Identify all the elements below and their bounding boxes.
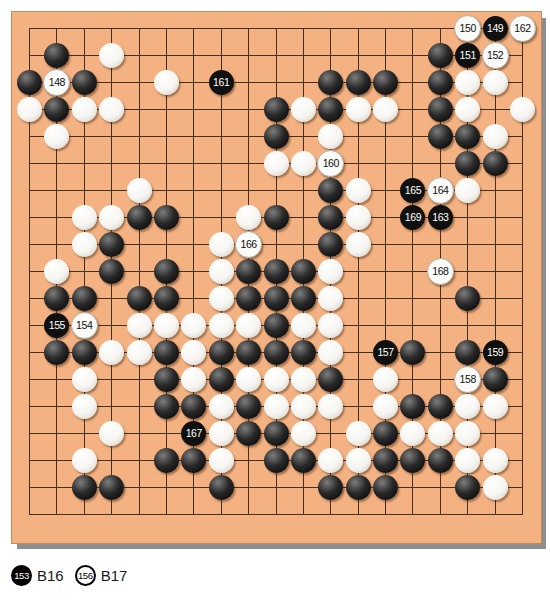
board-point[interactable] bbox=[180, 447, 207, 474]
board-point[interactable] bbox=[180, 69, 207, 96]
board-point[interactable] bbox=[126, 123, 153, 150]
board-point[interactable] bbox=[482, 420, 509, 447]
board-point[interactable] bbox=[208, 447, 235, 474]
board-point[interactable] bbox=[482, 447, 509, 474]
board-point[interactable] bbox=[180, 393, 207, 420]
board-point[interactable] bbox=[509, 474, 536, 501]
board-point[interactable] bbox=[235, 447, 262, 474]
board-point[interactable] bbox=[180, 150, 207, 177]
board-point[interactable] bbox=[98, 69, 125, 96]
board-point[interactable] bbox=[317, 177, 344, 204]
board-point[interactable] bbox=[482, 393, 509, 420]
board-point[interactable] bbox=[317, 393, 344, 420]
board-point[interactable] bbox=[208, 204, 235, 231]
board-point[interactable] bbox=[208, 258, 235, 285]
board-point[interactable] bbox=[153, 150, 180, 177]
board-point[interactable] bbox=[399, 42, 426, 69]
board-point[interactable] bbox=[482, 501, 509, 528]
board-point[interactable] bbox=[16, 393, 43, 420]
board-point[interactable] bbox=[372, 42, 399, 69]
board-point[interactable] bbox=[317, 474, 344, 501]
board-point[interactable] bbox=[126, 42, 153, 69]
board-point[interactable] bbox=[263, 312, 290, 339]
board-point[interactable] bbox=[235, 285, 262, 312]
board-point[interactable] bbox=[290, 474, 317, 501]
board-point[interactable] bbox=[98, 420, 125, 447]
board-point[interactable] bbox=[399, 258, 426, 285]
board-point[interactable] bbox=[263, 366, 290, 393]
board-point[interactable] bbox=[427, 447, 454, 474]
board-point[interactable] bbox=[454, 123, 481, 150]
board-point[interactable] bbox=[71, 177, 98, 204]
board-point[interactable] bbox=[427, 15, 454, 42]
board-point[interactable] bbox=[263, 150, 290, 177]
board-point[interactable] bbox=[71, 69, 98, 96]
board-point[interactable] bbox=[235, 393, 262, 420]
board-point[interactable]: 151 bbox=[454, 42, 481, 69]
board-point[interactable] bbox=[180, 96, 207, 123]
board-point[interactable] bbox=[235, 204, 262, 231]
board-point[interactable] bbox=[98, 123, 125, 150]
board-point[interactable] bbox=[290, 393, 317, 420]
board-point[interactable] bbox=[454, 69, 481, 96]
board-point[interactable] bbox=[235, 366, 262, 393]
board-point[interactable] bbox=[180, 474, 207, 501]
board-point[interactable] bbox=[290, 177, 317, 204]
board-point[interactable] bbox=[482, 177, 509, 204]
board-point[interactable] bbox=[208, 150, 235, 177]
board-point[interactable] bbox=[71, 42, 98, 69]
board-point[interactable] bbox=[16, 69, 43, 96]
board-point[interactable] bbox=[98, 204, 125, 231]
board-point[interactable] bbox=[317, 231, 344, 258]
board-point[interactable] bbox=[208, 366, 235, 393]
board-point[interactable] bbox=[43, 177, 70, 204]
board-point[interactable] bbox=[399, 69, 426, 96]
board-point[interactable] bbox=[372, 69, 399, 96]
board-point[interactable] bbox=[235, 501, 262, 528]
board-point[interactable] bbox=[208, 15, 235, 42]
board-point[interactable] bbox=[482, 312, 509, 339]
board-point[interactable] bbox=[235, 15, 262, 42]
board-point[interactable] bbox=[509, 69, 536, 96]
board-point[interactable] bbox=[427, 96, 454, 123]
board-point[interactable] bbox=[263, 96, 290, 123]
board-point[interactable] bbox=[98, 312, 125, 339]
board-point[interactable] bbox=[126, 204, 153, 231]
board-point[interactable] bbox=[454, 204, 481, 231]
board-point[interactable] bbox=[43, 285, 70, 312]
board-point[interactable] bbox=[180, 231, 207, 258]
board-point[interactable] bbox=[43, 366, 70, 393]
board-point[interactable] bbox=[372, 15, 399, 42]
board-point[interactable] bbox=[317, 15, 344, 42]
board-point[interactable] bbox=[208, 474, 235, 501]
board-point[interactable]: 155 bbox=[43, 312, 70, 339]
board-point[interactable] bbox=[16, 204, 43, 231]
board-point[interactable] bbox=[208, 312, 235, 339]
board-point[interactable] bbox=[317, 366, 344, 393]
board-point[interactable] bbox=[180, 366, 207, 393]
board-point[interactable] bbox=[43, 258, 70, 285]
board-point[interactable] bbox=[208, 339, 235, 366]
board-point[interactable] bbox=[509, 177, 536, 204]
board-point[interactable] bbox=[43, 15, 70, 42]
board-point[interactable] bbox=[509, 258, 536, 285]
board-point[interactable] bbox=[399, 150, 426, 177]
board-point[interactable] bbox=[153, 231, 180, 258]
board-point[interactable] bbox=[372, 447, 399, 474]
board-point[interactable] bbox=[290, 285, 317, 312]
board-point[interactable] bbox=[345, 447, 372, 474]
board-point[interactable]: 157 bbox=[372, 339, 399, 366]
board-point[interactable] bbox=[263, 177, 290, 204]
board-point[interactable] bbox=[153, 204, 180, 231]
board-point[interactable] bbox=[16, 15, 43, 42]
board-point[interactable] bbox=[71, 150, 98, 177]
board-point[interactable]: 165 bbox=[399, 177, 426, 204]
board-point[interactable] bbox=[482, 150, 509, 177]
board-point[interactable] bbox=[317, 258, 344, 285]
board-point[interactable] bbox=[98, 231, 125, 258]
board-point[interactable] bbox=[153, 420, 180, 447]
board-point[interactable] bbox=[16, 177, 43, 204]
board-point[interactable] bbox=[427, 501, 454, 528]
board-point[interactable] bbox=[235, 96, 262, 123]
board-point[interactable] bbox=[153, 366, 180, 393]
board-point[interactable] bbox=[345, 42, 372, 69]
board-point[interactable] bbox=[372, 285, 399, 312]
board-point[interactable] bbox=[345, 69, 372, 96]
board-point[interactable] bbox=[345, 312, 372, 339]
board-point[interactable] bbox=[427, 42, 454, 69]
board-point[interactable] bbox=[126, 447, 153, 474]
board-point[interactable] bbox=[454, 285, 481, 312]
board-point[interactable] bbox=[482, 69, 509, 96]
board-point[interactable] bbox=[43, 231, 70, 258]
board-point[interactable] bbox=[16, 96, 43, 123]
board-point[interactable] bbox=[317, 420, 344, 447]
board-point[interactable] bbox=[43, 393, 70, 420]
board-point[interactable] bbox=[482, 474, 509, 501]
board-point[interactable] bbox=[98, 42, 125, 69]
board-point[interactable] bbox=[399, 285, 426, 312]
board-point[interactable] bbox=[16, 420, 43, 447]
board-point[interactable] bbox=[345, 285, 372, 312]
board-point[interactable] bbox=[43, 150, 70, 177]
board-point[interactable] bbox=[317, 123, 344, 150]
board-point[interactable]: 169 bbox=[399, 204, 426, 231]
board-point[interactable] bbox=[153, 312, 180, 339]
board-point[interactable] bbox=[208, 285, 235, 312]
board-point[interactable] bbox=[345, 501, 372, 528]
board-point[interactable] bbox=[509, 339, 536, 366]
board-point[interactable] bbox=[263, 69, 290, 96]
board-point[interactable] bbox=[482, 258, 509, 285]
board-point[interactable] bbox=[126, 501, 153, 528]
board-point[interactable] bbox=[290, 69, 317, 96]
board-point[interactable] bbox=[427, 123, 454, 150]
board-point[interactable] bbox=[16, 366, 43, 393]
board-point[interactable] bbox=[290, 204, 317, 231]
board-point[interactable] bbox=[71, 366, 98, 393]
board-point[interactable] bbox=[126, 231, 153, 258]
board-point[interactable] bbox=[16, 447, 43, 474]
board-point[interactable] bbox=[345, 420, 372, 447]
board-point[interactable] bbox=[345, 177, 372, 204]
board-point[interactable] bbox=[509, 366, 536, 393]
board-point[interactable] bbox=[43, 339, 70, 366]
board-point[interactable] bbox=[235, 150, 262, 177]
board-point[interactable] bbox=[263, 123, 290, 150]
board-point[interactable] bbox=[509, 123, 536, 150]
board-point[interactable] bbox=[454, 393, 481, 420]
board-point[interactable] bbox=[399, 96, 426, 123]
board-point[interactable] bbox=[482, 204, 509, 231]
board-point[interactable] bbox=[317, 339, 344, 366]
board-point[interactable] bbox=[399, 231, 426, 258]
board-point[interactable] bbox=[126, 150, 153, 177]
board-point[interactable] bbox=[126, 474, 153, 501]
board-point[interactable] bbox=[43, 96, 70, 123]
board-point[interactable] bbox=[454, 447, 481, 474]
board-point[interactable] bbox=[454, 258, 481, 285]
board-point[interactable] bbox=[126, 285, 153, 312]
board-point[interactable] bbox=[16, 231, 43, 258]
board-point[interactable] bbox=[454, 501, 481, 528]
board-point[interactable] bbox=[71, 474, 98, 501]
board-point[interactable] bbox=[454, 312, 481, 339]
board-point[interactable] bbox=[399, 366, 426, 393]
board-point[interactable] bbox=[372, 312, 399, 339]
board-point[interactable] bbox=[235, 312, 262, 339]
board-point[interactable] bbox=[98, 447, 125, 474]
board-point[interactable] bbox=[235, 474, 262, 501]
board-point[interactable] bbox=[399, 123, 426, 150]
board-point[interactable] bbox=[427, 231, 454, 258]
board-point[interactable] bbox=[153, 69, 180, 96]
board-point[interactable] bbox=[290, 420, 317, 447]
board-point[interactable] bbox=[98, 366, 125, 393]
board-point[interactable] bbox=[43, 447, 70, 474]
board-point[interactable] bbox=[71, 204, 98, 231]
board-point[interactable] bbox=[126, 69, 153, 96]
board-point[interactable]: 150 bbox=[454, 15, 481, 42]
board-point[interactable] bbox=[43, 501, 70, 528]
board-point[interactable] bbox=[153, 393, 180, 420]
board-point[interactable] bbox=[126, 339, 153, 366]
board-point[interactable] bbox=[98, 474, 125, 501]
board-point[interactable] bbox=[290, 447, 317, 474]
board-point[interactable] bbox=[399, 312, 426, 339]
board-point[interactable] bbox=[208, 177, 235, 204]
board-point[interactable] bbox=[263, 285, 290, 312]
board-point[interactable] bbox=[16, 474, 43, 501]
board-point[interactable] bbox=[153, 42, 180, 69]
board-point[interactable] bbox=[263, 42, 290, 69]
board-point[interactable] bbox=[454, 420, 481, 447]
board-point[interactable] bbox=[399, 393, 426, 420]
board-point[interactable] bbox=[263, 447, 290, 474]
board-point[interactable] bbox=[153, 447, 180, 474]
board-point[interactable] bbox=[345, 96, 372, 123]
board-point[interactable] bbox=[454, 339, 481, 366]
board-point[interactable] bbox=[427, 420, 454, 447]
board-point[interactable] bbox=[126, 15, 153, 42]
board-point[interactable] bbox=[180, 285, 207, 312]
board-point[interactable] bbox=[290, 366, 317, 393]
board-point[interactable] bbox=[235, 420, 262, 447]
board-point[interactable] bbox=[427, 285, 454, 312]
board-point[interactable] bbox=[235, 339, 262, 366]
board-point[interactable] bbox=[180, 312, 207, 339]
board-point[interactable] bbox=[345, 15, 372, 42]
board-point[interactable] bbox=[126, 366, 153, 393]
board-point[interactable] bbox=[208, 420, 235, 447]
board-point[interactable] bbox=[317, 204, 344, 231]
board-point[interactable] bbox=[71, 285, 98, 312]
board-point[interactable] bbox=[235, 42, 262, 69]
board-point[interactable] bbox=[399, 447, 426, 474]
board-point[interactable] bbox=[345, 150, 372, 177]
board-point[interactable] bbox=[153, 177, 180, 204]
board-point[interactable] bbox=[263, 15, 290, 42]
board-point[interactable] bbox=[372, 474, 399, 501]
board-point[interactable] bbox=[16, 501, 43, 528]
board-point[interactable] bbox=[290, 123, 317, 150]
board-point[interactable] bbox=[372, 393, 399, 420]
board-point[interactable] bbox=[263, 501, 290, 528]
board-point[interactable] bbox=[98, 15, 125, 42]
board-point[interactable] bbox=[180, 123, 207, 150]
board-point[interactable] bbox=[98, 285, 125, 312]
board-point[interactable] bbox=[71, 123, 98, 150]
board-point[interactable] bbox=[509, 150, 536, 177]
board-point[interactable] bbox=[317, 501, 344, 528]
board-point[interactable] bbox=[290, 42, 317, 69]
board-point[interactable] bbox=[43, 204, 70, 231]
board-point[interactable] bbox=[180, 42, 207, 69]
board-point[interactable]: 162 bbox=[509, 15, 536, 42]
board-point[interactable] bbox=[372, 123, 399, 150]
board-point[interactable] bbox=[345, 474, 372, 501]
board-point[interactable] bbox=[71, 339, 98, 366]
board-point[interactable] bbox=[208, 393, 235, 420]
board-point[interactable] bbox=[71, 258, 98, 285]
board-point[interactable] bbox=[345, 258, 372, 285]
board-point[interactable] bbox=[235, 69, 262, 96]
board-point[interactable] bbox=[208, 96, 235, 123]
board-point[interactable] bbox=[43, 123, 70, 150]
board-point[interactable] bbox=[509, 285, 536, 312]
board-point[interactable] bbox=[290, 258, 317, 285]
board-point[interactable] bbox=[126, 96, 153, 123]
board-point[interactable] bbox=[290, 339, 317, 366]
board-point[interactable] bbox=[98, 258, 125, 285]
board-point[interactable] bbox=[509, 231, 536, 258]
board-point[interactable] bbox=[71, 393, 98, 420]
board-point[interactable] bbox=[372, 231, 399, 258]
board-point[interactable] bbox=[180, 258, 207, 285]
board-point[interactable] bbox=[317, 447, 344, 474]
board-point[interactable] bbox=[454, 177, 481, 204]
board-point[interactable] bbox=[372, 258, 399, 285]
board-point[interactable]: 160 bbox=[317, 150, 344, 177]
board-point[interactable] bbox=[372, 204, 399, 231]
board-point[interactable] bbox=[98, 150, 125, 177]
board-point[interactable] bbox=[509, 96, 536, 123]
board-point[interactable] bbox=[153, 123, 180, 150]
board-point[interactable] bbox=[454, 150, 481, 177]
board-point[interactable] bbox=[454, 96, 481, 123]
board-point[interactable] bbox=[16, 339, 43, 366]
board-point[interactable] bbox=[180, 204, 207, 231]
board-point[interactable] bbox=[16, 42, 43, 69]
board-point[interactable] bbox=[98, 96, 125, 123]
board-point[interactable] bbox=[290, 231, 317, 258]
board-point[interactable] bbox=[345, 204, 372, 231]
board-point[interactable] bbox=[345, 366, 372, 393]
board-point[interactable]: 159 bbox=[482, 339, 509, 366]
board-point[interactable] bbox=[16, 123, 43, 150]
board-point[interactable] bbox=[399, 15, 426, 42]
board-point[interactable]: 163 bbox=[427, 204, 454, 231]
board-point[interactable] bbox=[290, 96, 317, 123]
board-point[interactable] bbox=[372, 96, 399, 123]
board-point[interactable] bbox=[290, 15, 317, 42]
board-point[interactable] bbox=[153, 339, 180, 366]
board-point[interactable] bbox=[16, 285, 43, 312]
board-point[interactable] bbox=[263, 258, 290, 285]
board-point[interactable] bbox=[126, 393, 153, 420]
board-point[interactable] bbox=[345, 339, 372, 366]
board-point[interactable] bbox=[126, 258, 153, 285]
board-point[interactable] bbox=[263, 393, 290, 420]
board-point[interactable] bbox=[71, 420, 98, 447]
board-point[interactable] bbox=[263, 420, 290, 447]
board-point[interactable] bbox=[263, 204, 290, 231]
board-point[interactable] bbox=[345, 393, 372, 420]
board-point[interactable] bbox=[235, 258, 262, 285]
board-point[interactable] bbox=[126, 312, 153, 339]
board-point[interactable] bbox=[399, 474, 426, 501]
board-point[interactable] bbox=[208, 42, 235, 69]
board-point[interactable] bbox=[317, 312, 344, 339]
board-point[interactable] bbox=[153, 258, 180, 285]
board-point[interactable] bbox=[509, 393, 536, 420]
board-point[interactable] bbox=[290, 312, 317, 339]
board-point[interactable] bbox=[482, 366, 509, 393]
board-point[interactable] bbox=[399, 339, 426, 366]
board-point[interactable] bbox=[263, 474, 290, 501]
board-point[interactable] bbox=[317, 42, 344, 69]
board-point[interactable] bbox=[71, 501, 98, 528]
board-point[interactable] bbox=[317, 69, 344, 96]
board-point[interactable]: 149 bbox=[482, 15, 509, 42]
board-point[interactable] bbox=[372, 420, 399, 447]
board-point[interactable] bbox=[153, 15, 180, 42]
board-point[interactable] bbox=[263, 231, 290, 258]
board-point[interactable] bbox=[427, 339, 454, 366]
board-point[interactable] bbox=[153, 96, 180, 123]
board-point[interactable]: 164 bbox=[427, 177, 454, 204]
board-point[interactable]: 167 bbox=[180, 420, 207, 447]
board-point[interactable] bbox=[317, 96, 344, 123]
board-point[interactable] bbox=[509, 501, 536, 528]
board-point[interactable] bbox=[180, 501, 207, 528]
board-point[interactable] bbox=[482, 123, 509, 150]
board-point[interactable]: 161 bbox=[208, 69, 235, 96]
